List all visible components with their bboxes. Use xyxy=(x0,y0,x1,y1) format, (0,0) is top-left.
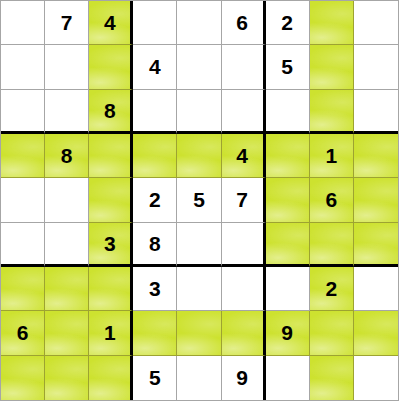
cell-r8c7[interactable]: 9 xyxy=(266,311,310,355)
cell-r6c7[interactable] xyxy=(266,223,310,267)
cell-r5c5[interactable]: 5 xyxy=(177,178,221,222)
cell-r8c4[interactable] xyxy=(133,311,177,355)
cell-digit: 4 xyxy=(236,145,248,166)
cell-digit: 6 xyxy=(236,12,248,33)
cell-digit: 2 xyxy=(281,12,293,33)
cell-r7c7[interactable] xyxy=(266,267,310,311)
cell-digit: 4 xyxy=(149,56,161,77)
cell-r7c6[interactable] xyxy=(222,267,266,311)
cell-r3c2[interactable] xyxy=(45,90,89,134)
cell-r1c5[interactable] xyxy=(177,1,221,45)
cell-digit: 4 xyxy=(104,12,116,33)
cell-r6c6[interactable] xyxy=(222,223,266,267)
cell-r5c8[interactable]: 6 xyxy=(310,178,354,222)
cell-r3c1[interactable] xyxy=(1,90,45,134)
cell-digit: 3 xyxy=(104,233,116,254)
cell-digit: 8 xyxy=(149,233,161,254)
cell-r1c3[interactable]: 4 xyxy=(89,1,133,45)
cell-r6c9[interactable] xyxy=(354,223,398,267)
cell-r9c5[interactable] xyxy=(177,356,221,400)
cell-r2c9[interactable] xyxy=(354,45,398,89)
cell-r3c6[interactable] xyxy=(222,90,266,134)
cell-r1c4[interactable] xyxy=(133,1,177,45)
cell-r5c6[interactable]: 7 xyxy=(222,178,266,222)
cell-r2c7[interactable]: 5 xyxy=(266,45,310,89)
cell-r7c8[interactable]: 2 xyxy=(310,267,354,311)
cell-digit: 5 xyxy=(193,189,205,210)
cell-digit: 7 xyxy=(61,12,73,33)
cell-r8c9[interactable] xyxy=(354,311,398,355)
cell-r5c2[interactable] xyxy=(45,178,89,222)
cell-r3c4[interactable] xyxy=(133,90,177,134)
cell-r4c3[interactable] xyxy=(89,134,133,178)
cell-digit: 2 xyxy=(149,189,161,210)
cell-r9c6[interactable]: 9 xyxy=(222,356,266,400)
cell-digit: 1 xyxy=(325,145,337,166)
sudoku-board: 74624588412576383261959 xyxy=(0,0,399,401)
cell-r4c5[interactable] xyxy=(177,134,221,178)
cell-digit: 9 xyxy=(281,322,293,343)
cell-r2c8[interactable] xyxy=(310,45,354,89)
cell-r2c5[interactable] xyxy=(177,45,221,89)
cell-digit: 8 xyxy=(104,100,116,121)
cell-r9c9[interactable] xyxy=(354,356,398,400)
cell-r9c4[interactable]: 5 xyxy=(133,356,177,400)
cell-digit: 6 xyxy=(325,189,337,210)
cell-r7c5[interactable] xyxy=(177,267,221,311)
cell-r8c5[interactable] xyxy=(177,311,221,355)
cell-r6c8[interactable] xyxy=(310,223,354,267)
cell-r3c3[interactable]: 8 xyxy=(89,90,133,134)
cell-r7c9[interactable] xyxy=(354,267,398,311)
cell-r2c6[interactable] xyxy=(222,45,266,89)
cell-r2c2[interactable] xyxy=(45,45,89,89)
cell-r5c7[interactable] xyxy=(266,178,310,222)
cell-digit: 1 xyxy=(104,322,116,343)
cell-r4c9[interactable] xyxy=(354,134,398,178)
cell-r7c1[interactable] xyxy=(1,267,45,311)
cell-r3c5[interactable] xyxy=(177,90,221,134)
cell-r4c1[interactable] xyxy=(1,134,45,178)
cell-r9c8[interactable] xyxy=(310,356,354,400)
cell-r3c9[interactable] xyxy=(354,90,398,134)
cell-r8c3[interactable]: 1 xyxy=(89,311,133,355)
sudoku-app: 74624588412576383261959 xyxy=(0,0,403,405)
cell-r7c4[interactable]: 3 xyxy=(133,267,177,311)
cell-r2c1[interactable] xyxy=(1,45,45,89)
cell-r7c2[interactable] xyxy=(45,267,89,311)
cell-r5c1[interactable] xyxy=(1,178,45,222)
cell-r9c7[interactable] xyxy=(266,356,310,400)
cell-r9c3[interactable] xyxy=(89,356,133,400)
cell-r3c7[interactable] xyxy=(266,90,310,134)
cell-r4c2[interactable]: 8 xyxy=(45,134,89,178)
cell-digit: 5 xyxy=(281,56,293,77)
cell-r8c6[interactable] xyxy=(222,311,266,355)
cell-r6c3[interactable]: 3 xyxy=(89,223,133,267)
cell-r2c3[interactable] xyxy=(89,45,133,89)
cell-r7c3[interactable] xyxy=(89,267,133,311)
cell-r1c7[interactable]: 2 xyxy=(266,1,310,45)
cell-digit: 3 xyxy=(149,278,161,299)
cell-r8c2[interactable] xyxy=(45,311,89,355)
cell-r4c8[interactable]: 1 xyxy=(310,134,354,178)
cell-r1c1[interactable] xyxy=(1,1,45,45)
cell-r4c6[interactable]: 4 xyxy=(222,134,266,178)
cell-r9c2[interactable] xyxy=(45,356,89,400)
cell-r8c8[interactable] xyxy=(310,311,354,355)
cell-r8c1[interactable]: 6 xyxy=(1,311,45,355)
cell-digit: 7 xyxy=(236,189,248,210)
cell-r6c1[interactable] xyxy=(1,223,45,267)
cell-digit: 5 xyxy=(149,367,161,388)
cell-digit: 2 xyxy=(325,278,337,299)
cell-r6c5[interactable] xyxy=(177,223,221,267)
cell-r4c7[interactable] xyxy=(266,134,310,178)
cell-r5c3[interactable] xyxy=(89,178,133,222)
cell-r2c4[interactable]: 4 xyxy=(133,45,177,89)
cell-r6c4[interactable]: 8 xyxy=(133,223,177,267)
cell-r5c4[interactable]: 2 xyxy=(133,178,177,222)
cell-r3c8[interactable] xyxy=(310,90,354,134)
cell-r6c2[interactable] xyxy=(45,223,89,267)
cell-digit: 6 xyxy=(17,322,29,343)
cell-digit: 8 xyxy=(61,145,73,166)
cell-r5c9[interactable] xyxy=(354,178,398,222)
cell-r4c4[interactable] xyxy=(133,134,177,178)
cell-r1c6[interactable]: 6 xyxy=(222,1,266,45)
cell-digit: 9 xyxy=(236,367,248,388)
cell-r1c9[interactable] xyxy=(354,1,398,45)
cell-r1c2[interactable]: 7 xyxy=(45,1,89,45)
cell-r1c8[interactable] xyxy=(310,1,354,45)
cell-r9c1[interactable] xyxy=(1,356,45,400)
